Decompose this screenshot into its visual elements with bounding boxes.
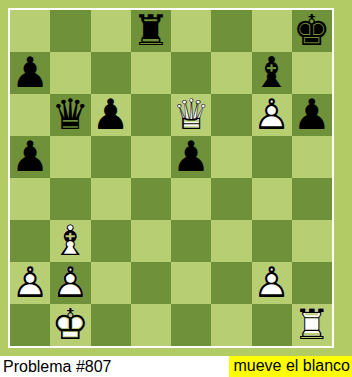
square-d7[interactable] [131, 52, 171, 94]
square-c7[interactable] [91, 52, 131, 94]
white-bishop[interactable]: ♝♗ [50, 220, 90, 262]
square-b4[interactable] [50, 178, 90, 220]
square-f2[interactable] [211, 262, 251, 304]
chess-board: ♜♚♟♝♛♟♛♕♟♙♟♟♟♝♗♟♙♟♙♟♙♚♔♜♖ [10, 10, 332, 346]
square-c2[interactable] [91, 262, 131, 304]
black-bishop[interactable]: ♝ [252, 52, 292, 94]
square-e5[interactable]: ♟ [171, 136, 211, 178]
square-a4[interactable] [10, 178, 50, 220]
white-queen[interactable]: ♛♕ [171, 94, 211, 136]
square-h3[interactable] [292, 220, 332, 262]
square-b7[interactable] [50, 52, 90, 94]
black-queen[interactable]: ♛ [50, 94, 90, 136]
square-e3[interactable] [171, 220, 211, 262]
black-rook[interactable]: ♜ [131, 10, 171, 52]
square-h6[interactable]: ♟ [292, 94, 332, 136]
caption-bar: Problema #807 mueve el blanco [0, 356, 352, 377]
square-e8[interactable] [171, 10, 211, 52]
square-e6[interactable]: ♛♕ [171, 94, 211, 136]
square-d4[interactable] [131, 178, 171, 220]
black-pawn[interactable]: ♟ [292, 94, 332, 136]
board-frame: ♜♚♟♝♛♟♛♕♟♙♟♟♟♝♗♟♙♟♙♟♙♚♔♜♖ [0, 0, 352, 356]
square-b1[interactable]: ♚♔ [50, 304, 90, 346]
square-c6[interactable]: ♟ [91, 94, 131, 136]
square-g5[interactable] [252, 136, 292, 178]
square-f4[interactable] [211, 178, 251, 220]
square-d5[interactable] [131, 136, 171, 178]
square-a6[interactable] [10, 94, 50, 136]
square-f5[interactable] [211, 136, 251, 178]
square-b3[interactable]: ♝♗ [50, 220, 90, 262]
square-e1[interactable] [171, 304, 211, 346]
black-pawn[interactable]: ♟ [10, 52, 50, 94]
square-b2[interactable]: ♟♙ [50, 262, 90, 304]
square-a3[interactable] [10, 220, 50, 262]
black-pawn[interactable]: ♟ [91, 94, 131, 136]
square-b5[interactable] [50, 136, 90, 178]
white-pawn[interactable]: ♟♙ [252, 262, 292, 304]
white-pawn[interactable]: ♟♙ [10, 262, 50, 304]
chess-problem-page: ♜♚♟♝♛♟♛♕♟♙♟♟♟♝♗♟♙♟♙♟♙♚♔♜♖ Problema #807 … [0, 0, 352, 377]
square-h8[interactable]: ♚ [292, 10, 332, 52]
square-g1[interactable] [252, 304, 292, 346]
square-g4[interactable] [252, 178, 292, 220]
square-g6[interactable]: ♟♙ [252, 94, 292, 136]
square-g8[interactable] [252, 10, 292, 52]
square-a1[interactable] [10, 304, 50, 346]
square-d2[interactable] [131, 262, 171, 304]
white-pawn[interactable]: ♟♙ [50, 262, 90, 304]
square-c8[interactable] [91, 10, 131, 52]
square-h7[interactable] [292, 52, 332, 94]
black-king[interactable]: ♚ [292, 10, 332, 52]
square-e4[interactable] [171, 178, 211, 220]
square-h5[interactable] [292, 136, 332, 178]
square-d1[interactable] [131, 304, 171, 346]
square-a7[interactable]: ♟ [10, 52, 50, 94]
turn-indicator: mueve el blanco [229, 356, 352, 377]
square-g7[interactable]: ♝ [252, 52, 292, 94]
square-c1[interactable] [91, 304, 131, 346]
square-f8[interactable] [211, 10, 251, 52]
square-e2[interactable] [171, 262, 211, 304]
square-f3[interactable] [211, 220, 251, 262]
square-b6[interactable]: ♛ [50, 94, 90, 136]
square-h2[interactable] [292, 262, 332, 304]
square-a2[interactable]: ♟♙ [10, 262, 50, 304]
black-pawn[interactable]: ♟ [171, 136, 211, 178]
square-a5[interactable]: ♟ [10, 136, 50, 178]
square-h4[interactable] [292, 178, 332, 220]
square-d6[interactable] [131, 94, 171, 136]
square-f1[interactable] [211, 304, 251, 346]
square-b8[interactable] [50, 10, 90, 52]
square-d3[interactable] [131, 220, 171, 262]
square-f6[interactable] [211, 94, 251, 136]
square-h1[interactable]: ♜♖ [292, 304, 332, 346]
board-border: ♜♚♟♝♛♟♛♕♟♙♟♟♟♝♗♟♙♟♙♟♙♚♔♜♖ [8, 8, 334, 348]
square-c4[interactable] [91, 178, 131, 220]
square-g3[interactable] [252, 220, 292, 262]
square-e7[interactable] [171, 52, 211, 94]
white-pawn[interactable]: ♟♙ [252, 94, 292, 136]
black-pawn[interactable]: ♟ [10, 136, 50, 178]
square-f7[interactable] [211, 52, 251, 94]
square-g2[interactable]: ♟♙ [252, 262, 292, 304]
white-rook[interactable]: ♜♖ [292, 304, 332, 346]
square-c5[interactable] [91, 136, 131, 178]
problem-label: Problema #807 [0, 358, 112, 376]
square-c3[interactable] [91, 220, 131, 262]
square-a8[interactable] [10, 10, 50, 52]
square-d8[interactable]: ♜ [131, 10, 171, 52]
white-king[interactable]: ♚♔ [50, 304, 90, 346]
